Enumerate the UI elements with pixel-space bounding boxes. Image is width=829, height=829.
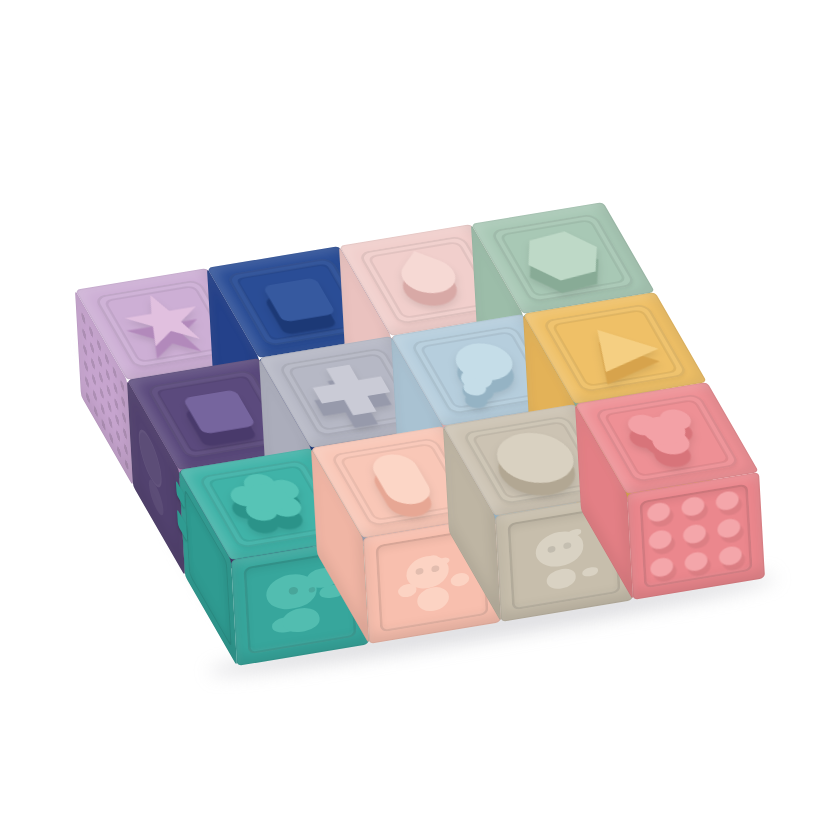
hexagon-knob — [511, 226, 613, 286]
oval-knob — [366, 451, 436, 507]
teardrop-knob — [393, 251, 464, 299]
triangle-knob — [568, 316, 661, 373]
dots-emboss — [642, 486, 750, 586]
cross-knob — [303, 361, 399, 419]
flower-knob — [240, 481, 295, 515]
block-front-face — [627, 472, 765, 600]
front-bevel-panel — [639, 484, 752, 589]
product-photo — [0, 0, 829, 829]
clover-knob — [637, 414, 692, 448]
circle-knob — [486, 428, 585, 488]
mushroom-knob — [447, 340, 521, 385]
star-knob — [113, 289, 216, 352]
square-knob — [182, 390, 256, 435]
square-knob — [262, 278, 336, 323]
